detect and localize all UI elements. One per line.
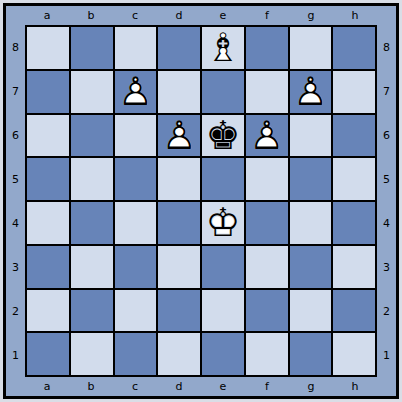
square-h6[interactable] bbox=[333, 115, 375, 157]
file-label-g: g bbox=[308, 381, 315, 392]
rank-label-4: 4 bbox=[383, 218, 390, 229]
rank-label-7: 7 bbox=[383, 86, 390, 97]
square-e7[interactable] bbox=[202, 71, 244, 113]
square-b5[interactable] bbox=[71, 158, 113, 200]
square-e4[interactable]: ♚♔ bbox=[202, 202, 244, 244]
square-g1[interactable] bbox=[290, 333, 332, 375]
square-b2[interactable] bbox=[71, 290, 113, 332]
square-b7[interactable] bbox=[71, 71, 113, 113]
piece-white-pawn[interactable]: ♟♙ bbox=[158, 115, 200, 157]
square-g5[interactable] bbox=[290, 158, 332, 200]
rank-labels-right: 87654321 bbox=[377, 25, 396, 377]
square-h2[interactable] bbox=[333, 290, 375, 332]
square-f3[interactable] bbox=[246, 246, 288, 288]
file-label-e: e bbox=[220, 10, 227, 21]
file-label-g: g bbox=[308, 10, 315, 21]
square-a2[interactable] bbox=[27, 290, 69, 332]
square-g4[interactable] bbox=[290, 202, 332, 244]
file-labels-bottom: abcdefgh bbox=[25, 377, 377, 396]
coordinate-frame: abcdefgh 87654321 ♝♗♟♙♟♙♟♙♚♟♙♚♔ 87654321… bbox=[6, 6, 396, 396]
square-d8[interactable] bbox=[158, 27, 200, 69]
file-label-b: b bbox=[88, 10, 95, 21]
file-label-f: f bbox=[265, 381, 269, 392]
frame-corner-top-right bbox=[377, 6, 396, 25]
square-e6[interactable]: ♚ bbox=[202, 115, 244, 157]
square-c7[interactable]: ♟♙ bbox=[115, 71, 157, 113]
square-h3[interactable] bbox=[333, 246, 375, 288]
piece-outline-glyph: ♙ bbox=[290, 71, 332, 113]
square-a7[interactable] bbox=[27, 71, 69, 113]
square-d5[interactable] bbox=[158, 158, 200, 200]
rank-label-5: 5 bbox=[383, 174, 390, 185]
square-e2[interactable] bbox=[202, 290, 244, 332]
square-d6[interactable]: ♟♙ bbox=[158, 115, 200, 157]
rank-label-3: 3 bbox=[383, 262, 390, 273]
square-a4[interactable] bbox=[27, 202, 69, 244]
piece-white-pawn[interactable]: ♟♙ bbox=[115, 71, 157, 113]
square-f1[interactable] bbox=[246, 333, 288, 375]
file-label-d: d bbox=[176, 10, 183, 21]
square-d4[interactable] bbox=[158, 202, 200, 244]
square-g2[interactable] bbox=[290, 290, 332, 332]
square-h4[interactable] bbox=[333, 202, 375, 244]
square-a8[interactable] bbox=[27, 27, 69, 69]
rank-label-5: 5 bbox=[12, 174, 19, 185]
file-label-b: b bbox=[88, 381, 95, 392]
square-f4[interactable] bbox=[246, 202, 288, 244]
square-g3[interactable] bbox=[290, 246, 332, 288]
rank-labels-left: 87654321 bbox=[6, 25, 25, 377]
square-c5[interactable] bbox=[115, 158, 157, 200]
piece-outline-glyph: ♙ bbox=[115, 71, 157, 113]
file-label-c: c bbox=[132, 381, 138, 392]
square-b4[interactable] bbox=[71, 202, 113, 244]
rank-label-1: 1 bbox=[383, 350, 390, 361]
square-d7[interactable] bbox=[158, 71, 200, 113]
frame-corner-top-left bbox=[6, 6, 25, 25]
square-h8[interactable] bbox=[333, 27, 375, 69]
rank-label-8: 8 bbox=[383, 42, 390, 53]
square-g7[interactable]: ♟♙ bbox=[290, 71, 332, 113]
file-labels-top: abcdefgh bbox=[25, 6, 377, 25]
square-d1[interactable] bbox=[158, 333, 200, 375]
square-b3[interactable] bbox=[71, 246, 113, 288]
square-f2[interactable] bbox=[246, 290, 288, 332]
square-a6[interactable] bbox=[27, 115, 69, 157]
rank-label-6: 6 bbox=[12, 130, 19, 141]
square-g6[interactable] bbox=[290, 115, 332, 157]
chess-board: ♝♗♟♙♟♙♟♙♚♟♙♚♔ bbox=[25, 25, 377, 377]
square-c8[interactable] bbox=[115, 27, 157, 69]
square-e5[interactable] bbox=[202, 158, 244, 200]
square-c4[interactable] bbox=[115, 202, 157, 244]
file-label-a: a bbox=[44, 381, 51, 392]
rank-label-1: 1 bbox=[12, 350, 19, 361]
square-d2[interactable] bbox=[158, 290, 200, 332]
piece-outline-glyph: ♗ bbox=[202, 27, 244, 69]
square-c3[interactable] bbox=[115, 246, 157, 288]
square-e1[interactable] bbox=[202, 333, 244, 375]
rank-label-4: 4 bbox=[12, 218, 19, 229]
file-label-a: a bbox=[44, 10, 51, 21]
square-f7[interactable] bbox=[246, 71, 288, 113]
rank-label-2: 2 bbox=[383, 306, 390, 317]
file-label-e: e bbox=[220, 381, 227, 392]
piece-outline-glyph: ♙ bbox=[158, 115, 200, 157]
square-b6[interactable] bbox=[71, 115, 113, 157]
square-f8[interactable] bbox=[246, 27, 288, 69]
square-h5[interactable] bbox=[333, 158, 375, 200]
square-e3[interactable] bbox=[202, 246, 244, 288]
file-label-h: h bbox=[352, 10, 359, 21]
square-e8[interactable]: ♝♗ bbox=[202, 27, 244, 69]
square-a5[interactable] bbox=[27, 158, 69, 200]
square-b1[interactable] bbox=[71, 333, 113, 375]
square-a3[interactable] bbox=[27, 246, 69, 288]
piece-fill-glyph: ♚ bbox=[202, 115, 244, 157]
rank-label-3: 3 bbox=[12, 262, 19, 273]
piece-white-pawn[interactable]: ♟♙ bbox=[246, 115, 288, 157]
piece-outline-glyph: ♙ bbox=[246, 115, 288, 157]
piece-white-king[interactable]: ♚♔ bbox=[202, 202, 244, 244]
rank-label-2: 2 bbox=[12, 306, 19, 317]
file-label-f: f bbox=[265, 10, 269, 21]
file-label-d: d bbox=[176, 381, 183, 392]
square-f6[interactable]: ♟♙ bbox=[246, 115, 288, 157]
rank-label-8: 8 bbox=[12, 42, 19, 53]
square-f5[interactable] bbox=[246, 158, 288, 200]
piece-white-pawn[interactable]: ♟♙ bbox=[290, 71, 332, 113]
file-label-h: h bbox=[352, 381, 359, 392]
diagram-border: abcdefgh 87654321 ♝♗♟♙♟♙♟♙♚♟♙♚♔ 87654321… bbox=[3, 3, 399, 399]
frame-corner-bottom-left bbox=[6, 377, 25, 396]
square-h7[interactable] bbox=[333, 71, 375, 113]
rank-label-7: 7 bbox=[12, 86, 19, 97]
piece-black-king[interactable]: ♚ bbox=[202, 115, 244, 157]
square-c2[interactable] bbox=[115, 290, 157, 332]
square-d3[interactable] bbox=[158, 246, 200, 288]
square-h1[interactable] bbox=[333, 333, 375, 375]
piece-white-bishop[interactable]: ♝♗ bbox=[202, 27, 244, 69]
rank-label-6: 6 bbox=[383, 130, 390, 141]
square-c1[interactable] bbox=[115, 333, 157, 375]
frame-corner-bottom-right bbox=[377, 377, 396, 396]
square-g8[interactable] bbox=[290, 27, 332, 69]
square-b8[interactable] bbox=[71, 27, 113, 69]
square-a1[interactable] bbox=[27, 333, 69, 375]
piece-outline-glyph: ♔ bbox=[202, 202, 244, 244]
square-c6[interactable] bbox=[115, 115, 157, 157]
file-label-c: c bbox=[132, 10, 138, 21]
chess-diagram: abcdefgh 87654321 ♝♗♟♙♟♙♟♙♚♟♙♚♔ 87654321… bbox=[0, 0, 402, 402]
